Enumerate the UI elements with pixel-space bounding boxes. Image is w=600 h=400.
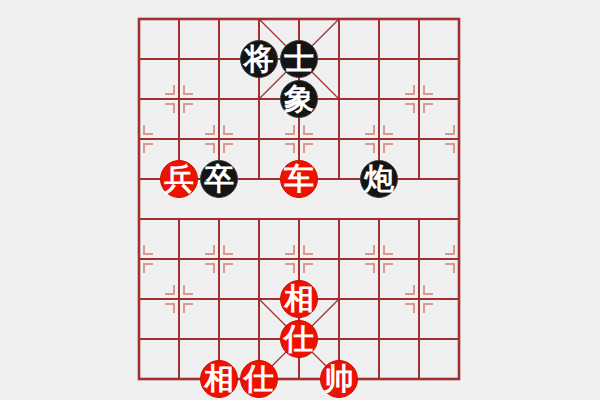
board-point-2-9: 相 bbox=[199, 359, 239, 399]
board-point-4-2: 象 bbox=[279, 79, 319, 119]
board-point-4-4: 车 bbox=[279, 159, 319, 199]
board-point-4-8: 仕 bbox=[279, 319, 319, 359]
board-point-2-4: 卒 bbox=[199, 159, 239, 199]
board-point-3-1: 将 bbox=[239, 39, 279, 79]
board-point-3-9: 仕 bbox=[239, 359, 279, 399]
xiangqi-page: 将士象兵卒车炮相仕相仕帅 bbox=[0, 0, 600, 400]
board-point-4-7: 相 bbox=[279, 279, 319, 319]
black-cannon[interactable]: 炮 bbox=[360, 160, 398, 198]
board-point-6-4: 炮 bbox=[359, 159, 399, 199]
pieces-layer: 将士象兵卒车炮相仕相仕帅 bbox=[119, 0, 479, 399]
black-elephant[interactable]: 象 bbox=[280, 80, 318, 118]
red-soldier[interactable]: 兵 bbox=[160, 160, 198, 198]
board-point-5-9: 帅 bbox=[319, 359, 359, 399]
black-soldier[interactable]: 卒 bbox=[200, 160, 238, 198]
red-elephant-1[interactable]: 相 bbox=[280, 280, 318, 318]
red-general[interactable]: 帅 bbox=[320, 360, 358, 398]
red-chariot[interactable]: 车 bbox=[280, 160, 318, 198]
black-advisor[interactable]: 士 bbox=[280, 40, 318, 78]
board-point-4-1: 士 bbox=[279, 39, 319, 79]
red-advisor-1[interactable]: 仕 bbox=[280, 320, 318, 358]
red-elephant-2[interactable]: 相 bbox=[200, 360, 238, 398]
red-advisor-2[interactable]: 仕 bbox=[240, 360, 278, 398]
black-general[interactable]: 将 bbox=[240, 40, 278, 78]
board-point-1-4: 兵 bbox=[159, 159, 199, 199]
